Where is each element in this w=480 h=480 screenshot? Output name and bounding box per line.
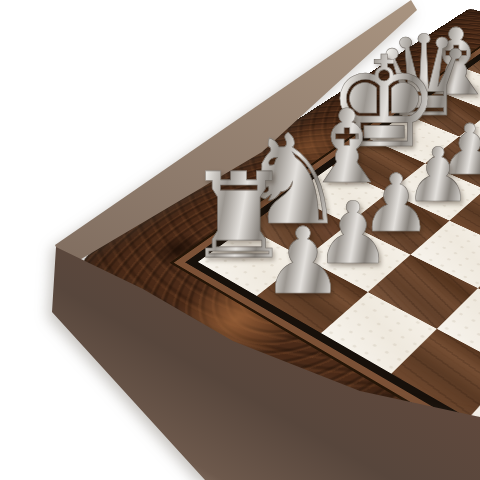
pieces-layer: ♜♞♝♚♛♝♟♟♟♟♟ [0, 0, 480, 480]
piece-white-pawn-h2: ♟ [262, 216, 344, 308]
